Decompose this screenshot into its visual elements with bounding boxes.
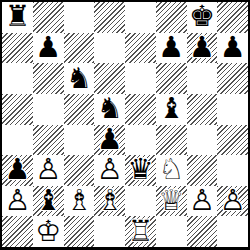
white-king-piece: ♚♔ <box>33 216 64 247</box>
black-pawn-piece: ♟♟ <box>2 155 33 186</box>
black-rook-piece: ♜♜ <box>2 2 33 33</box>
square-b5[interactable] <box>33 94 64 125</box>
square-e3[interactable]: ♛♛ <box>125 155 156 186</box>
square-e2[interactable] <box>125 186 156 217</box>
white-bishop-piece: ♝♗ <box>64 186 95 217</box>
black-knight-piece: ♞♞ <box>64 63 95 94</box>
square-b4[interactable] <box>33 125 64 156</box>
square-g6[interactable] <box>187 63 218 94</box>
black-bishop-piece: ♝♝ <box>33 186 64 217</box>
square-c6[interactable]: ♞♞ <box>64 63 95 94</box>
chess-board: ♜♜♚♚♟♟♟♟♟♟♟♟♞♞♞♞♝♝♟♟♟♟♟♙♟♙♛♛♞♘♟♙♝♝♝♗♝♗♛♕… <box>0 0 250 250</box>
square-f8[interactable] <box>156 2 187 33</box>
square-b8[interactable] <box>33 2 64 33</box>
square-c4[interactable] <box>64 125 95 156</box>
square-h1[interactable] <box>217 216 248 247</box>
square-g5[interactable] <box>187 94 218 125</box>
square-b1[interactable]: ♚♔ <box>33 216 64 247</box>
square-d3[interactable]: ♟♙ <box>94 155 125 186</box>
square-d7[interactable] <box>94 33 125 64</box>
white-pawn-piece: ♟♙ <box>187 186 218 217</box>
black-pawn-piece: ♟♟ <box>33 33 64 64</box>
white-pawn-piece: ♟♙ <box>94 155 125 186</box>
square-d8[interactable] <box>94 2 125 33</box>
square-h3[interactable] <box>217 155 248 186</box>
square-e8[interactable] <box>125 2 156 33</box>
square-h6[interactable] <box>217 63 248 94</box>
white-pawn-piece: ♟♙ <box>2 186 33 217</box>
square-a1[interactable] <box>2 216 33 247</box>
square-f2[interactable]: ♛♕ <box>156 186 187 217</box>
square-d5[interactable]: ♞♞ <box>94 94 125 125</box>
black-bishop-piece: ♝♝ <box>156 94 187 125</box>
white-queen-piece: ♛♕ <box>156 186 187 217</box>
square-b7[interactable]: ♟♟ <box>33 33 64 64</box>
black-pawn-piece: ♟♟ <box>187 33 218 64</box>
square-b6[interactable] <box>33 63 64 94</box>
white-rook-piece: ♜♖ <box>125 216 156 247</box>
square-f4[interactable] <box>156 125 187 156</box>
square-a4[interactable] <box>2 125 33 156</box>
square-b2[interactable]: ♝♝ <box>33 186 64 217</box>
square-g7[interactable]: ♟♟ <box>187 33 218 64</box>
square-e1[interactable]: ♜♖ <box>125 216 156 247</box>
black-pawn-piece: ♟♟ <box>156 33 187 64</box>
square-h7[interactable]: ♟♟ <box>217 33 248 64</box>
square-f7[interactable]: ♟♟ <box>156 33 187 64</box>
square-a6[interactable] <box>2 63 33 94</box>
square-g4[interactable] <box>187 125 218 156</box>
square-c8[interactable] <box>64 2 95 33</box>
square-a3[interactable]: ♟♟ <box>2 155 33 186</box>
square-a8[interactable]: ♜♜ <box>2 2 33 33</box>
square-c3[interactable] <box>64 155 95 186</box>
square-c1[interactable] <box>64 216 95 247</box>
square-h2[interactable]: ♟♙ <box>217 186 248 217</box>
square-g8[interactable]: ♚♚ <box>187 2 218 33</box>
black-pawn-piece: ♟♟ <box>217 33 248 64</box>
black-pawn-piece: ♟♟ <box>94 125 125 156</box>
square-b3[interactable]: ♟♙ <box>33 155 64 186</box>
square-d1[interactable] <box>94 216 125 247</box>
square-e6[interactable] <box>125 63 156 94</box>
square-c7[interactable] <box>64 33 95 64</box>
black-queen-piece: ♛♛ <box>125 155 156 186</box>
square-e7[interactable] <box>125 33 156 64</box>
square-f1[interactable] <box>156 216 187 247</box>
square-d6[interactable] <box>94 63 125 94</box>
square-f3[interactable]: ♞♘ <box>156 155 187 186</box>
white-pawn-piece: ♟♙ <box>217 186 248 217</box>
white-bishop-piece: ♝♗ <box>94 186 125 217</box>
square-d2[interactable]: ♝♗ <box>94 186 125 217</box>
square-a7[interactable] <box>2 33 33 64</box>
square-e4[interactable] <box>125 125 156 156</box>
square-c5[interactable] <box>64 94 95 125</box>
square-a5[interactable] <box>2 94 33 125</box>
square-d4[interactable]: ♟♟ <box>94 125 125 156</box>
square-h8[interactable] <box>217 2 248 33</box>
square-g1[interactable] <box>187 216 218 247</box>
black-knight-piece: ♞♞ <box>94 94 125 125</box>
square-g2[interactable]: ♟♙ <box>187 186 218 217</box>
square-f5[interactable]: ♝♝ <box>156 94 187 125</box>
square-f6[interactable] <box>156 63 187 94</box>
square-g3[interactable] <box>187 155 218 186</box>
black-king-piece: ♚♚ <box>187 2 218 33</box>
square-c2[interactable]: ♝♗ <box>64 186 95 217</box>
square-a2[interactable]: ♟♙ <box>2 186 33 217</box>
white-knight-piece: ♞♘ <box>156 155 187 186</box>
square-h5[interactable] <box>217 94 248 125</box>
white-pawn-piece: ♟♙ <box>33 155 64 186</box>
square-e5[interactable] <box>125 94 156 125</box>
square-h4[interactable] <box>217 125 248 156</box>
